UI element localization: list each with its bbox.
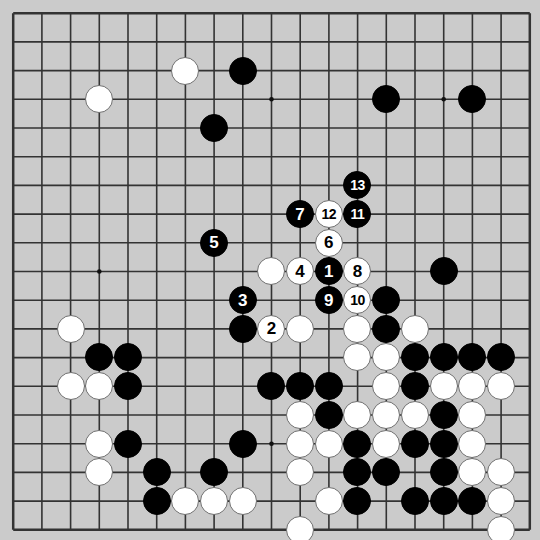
- stone-black: [372, 85, 400, 113]
- stone-white: [85, 458, 113, 486]
- move-9-stone-black: 9: [315, 286, 343, 314]
- move-number-label: 4: [295, 263, 304, 280]
- stone-white: [487, 516, 515, 540]
- stone-black: [85, 343, 113, 371]
- stone-white: [458, 372, 486, 400]
- move-number-label: 5: [209, 234, 218, 251]
- move-4-stone-white: 4: [286, 257, 314, 285]
- move-2-stone-white: 2: [257, 315, 285, 343]
- stone-black: [343, 487, 371, 515]
- stone-black: [200, 114, 228, 142]
- stone-black: [343, 430, 371, 458]
- stone-white: [257, 257, 285, 285]
- stone-white: [343, 401, 371, 429]
- stone-black: [458, 487, 486, 515]
- stone-black: [229, 430, 257, 458]
- stone-black: [372, 286, 400, 314]
- stone-white: [200, 487, 228, 515]
- move-12-stone-white: 12: [315, 200, 343, 228]
- stone-white: [372, 430, 400, 458]
- stone-white: [171, 487, 199, 515]
- stone-white: [430, 372, 458, 400]
- stone-black: [229, 57, 257, 85]
- stone-black: [200, 458, 228, 486]
- stone-white: [487, 372, 515, 400]
- stone-black: [458, 343, 486, 371]
- move-5-stone-black: 5: [200, 229, 228, 257]
- move-number-label: 9: [324, 292, 333, 309]
- stone-black: [257, 372, 285, 400]
- stone-white: [57, 315, 85, 343]
- stone-white: [372, 401, 400, 429]
- stone-black: [430, 257, 458, 285]
- move-7-stone-black: 7: [286, 200, 314, 228]
- stone-white: [458, 458, 486, 486]
- stone-white: [171, 57, 199, 85]
- stone-black: [430, 430, 458, 458]
- stone-white: [286, 315, 314, 343]
- move-8-stone-white: 8: [343, 257, 371, 285]
- move-number-label: 13: [350, 178, 365, 192]
- stone-black: [430, 487, 458, 515]
- stone-white: [286, 458, 314, 486]
- move-number-label: 2: [267, 320, 276, 337]
- stone-black: [430, 458, 458, 486]
- stone-black: [114, 343, 142, 371]
- stone-black: [430, 401, 458, 429]
- move-number-label: 12: [321, 207, 336, 221]
- stone-white: [286, 516, 314, 540]
- move-13-stone-black: 13: [343, 171, 371, 199]
- stones-layer: 13712115641839102: [0, 0, 540, 540]
- stone-white: [343, 315, 371, 343]
- stone-black: [343, 458, 371, 486]
- stone-white: [315, 487, 343, 515]
- move-6-stone-white: 6: [315, 229, 343, 257]
- move-number-label: 11: [351, 207, 365, 221]
- stone-black: [372, 315, 400, 343]
- stone-white: [343, 343, 371, 371]
- stone-white: [315, 430, 343, 458]
- stone-black: [458, 85, 486, 113]
- stone-white: [85, 430, 113, 458]
- stone-white: [85, 372, 113, 400]
- stone-black: [487, 343, 515, 371]
- move-3-stone-black: 3: [229, 286, 257, 314]
- stone-black: [229, 315, 257, 343]
- stone-white: [458, 430, 486, 458]
- move-10-stone-white: 10: [343, 286, 371, 314]
- stone-white: [372, 372, 400, 400]
- move-number-label: 7: [295, 206, 304, 223]
- stone-black: [401, 487, 429, 515]
- stone-black: [114, 372, 142, 400]
- stone-white: [487, 458, 515, 486]
- move-number-label: 3: [238, 292, 247, 309]
- move-number-label: 1: [324, 263, 333, 280]
- stone-black: [315, 372, 343, 400]
- stone-white: [286, 430, 314, 458]
- stone-white: [57, 372, 85, 400]
- stone-white: [401, 401, 429, 429]
- move-number-label: 10: [350, 293, 365, 307]
- stone-white: [458, 401, 486, 429]
- move-number-label: 8: [353, 263, 362, 280]
- move-11-stone-black: 11: [343, 200, 371, 228]
- move-1-stone-black: 1: [315, 257, 343, 285]
- stone-black: [114, 430, 142, 458]
- stone-white: [286, 401, 314, 429]
- move-number-label: 6: [324, 234, 333, 251]
- stone-black: [143, 458, 171, 486]
- stone-black: [401, 343, 429, 371]
- stone-white: [85, 85, 113, 113]
- stone-white: [487, 487, 515, 515]
- stone-black: [143, 487, 171, 515]
- go-diagram: 13712115641839102: [0, 0, 540, 540]
- stone-black: [315, 401, 343, 429]
- stone-white: [372, 343, 400, 371]
- stone-white: [229, 487, 257, 515]
- stone-black: [401, 372, 429, 400]
- stone-black: [401, 430, 429, 458]
- go-board[interactable]: 13712115641839102: [0, 0, 540, 540]
- stone-black: [372, 458, 400, 486]
- stone-black: [286, 372, 314, 400]
- stone-black: [430, 343, 458, 371]
- stone-white: [401, 315, 429, 343]
